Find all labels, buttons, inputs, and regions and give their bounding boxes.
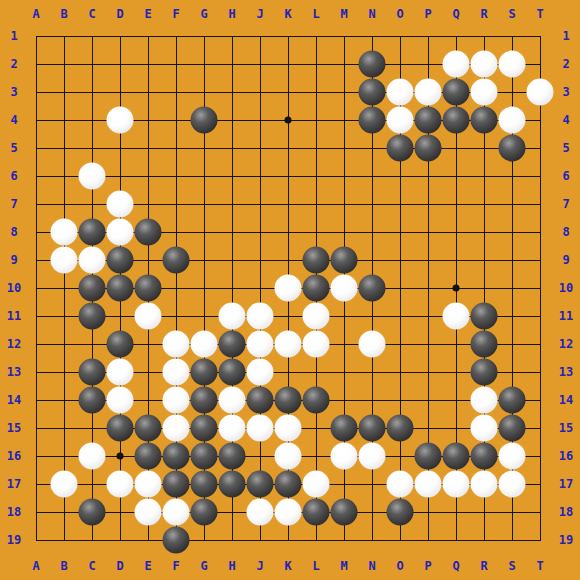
intersection-P2[interactable] [414, 50, 442, 78]
intersection-A17[interactable] [22, 470, 50, 498]
intersection-K8[interactable] [274, 218, 302, 246]
intersection-B3[interactable] [50, 78, 78, 106]
intersection-O13[interactable] [386, 358, 414, 386]
intersection-M13[interactable] [330, 358, 358, 386]
intersection-K18[interactable] [274, 498, 302, 526]
intersection-S3[interactable] [498, 78, 526, 106]
intersection-E13[interactable] [134, 358, 162, 386]
intersection-E9[interactable] [134, 246, 162, 274]
intersection-P9[interactable] [414, 246, 442, 274]
intersection-Q8[interactable] [442, 218, 470, 246]
intersection-J4[interactable] [246, 106, 274, 134]
intersection-T9[interactable] [526, 246, 554, 274]
intersection-P7[interactable] [414, 190, 442, 218]
intersection-R8[interactable] [470, 218, 498, 246]
intersection-H2[interactable] [218, 50, 246, 78]
intersection-E15[interactable] [134, 414, 162, 442]
intersection-S18[interactable] [498, 498, 526, 526]
intersection-R10[interactable] [470, 274, 498, 302]
intersection-N1[interactable] [358, 22, 386, 50]
intersection-F11[interactable] [162, 302, 190, 330]
intersection-J19[interactable] [246, 526, 274, 554]
intersection-C15[interactable] [78, 414, 106, 442]
intersection-B19[interactable] [50, 526, 78, 554]
intersection-M5[interactable] [330, 134, 358, 162]
intersection-M16[interactable] [330, 442, 358, 470]
intersection-D14[interactable] [106, 386, 134, 414]
intersection-H6[interactable] [218, 162, 246, 190]
intersection-C13[interactable] [78, 358, 106, 386]
intersection-G17[interactable] [190, 470, 218, 498]
intersection-N17[interactable] [358, 470, 386, 498]
intersection-R17[interactable] [470, 470, 498, 498]
intersection-E3[interactable] [134, 78, 162, 106]
intersection-H10[interactable] [218, 274, 246, 302]
intersection-R5[interactable] [470, 134, 498, 162]
intersection-J9[interactable] [246, 246, 274, 274]
intersection-E5[interactable] [134, 134, 162, 162]
intersection-R12[interactable] [470, 330, 498, 358]
intersection-B4[interactable] [50, 106, 78, 134]
intersection-A10[interactable] [22, 274, 50, 302]
intersection-J8[interactable] [246, 218, 274, 246]
intersection-N5[interactable] [358, 134, 386, 162]
intersection-F6[interactable] [162, 162, 190, 190]
intersection-Q1[interactable] [442, 22, 470, 50]
intersection-O4[interactable] [386, 106, 414, 134]
intersection-G3[interactable] [190, 78, 218, 106]
intersection-K19[interactable] [274, 526, 302, 554]
intersection-N12[interactable] [358, 330, 386, 358]
intersection-Q12[interactable] [442, 330, 470, 358]
intersection-L4[interactable] [302, 106, 330, 134]
intersection-J10[interactable] [246, 274, 274, 302]
intersection-S8[interactable] [498, 218, 526, 246]
intersection-T12[interactable] [526, 330, 554, 358]
intersection-L3[interactable] [302, 78, 330, 106]
intersection-D6[interactable] [106, 162, 134, 190]
intersection-N9[interactable] [358, 246, 386, 274]
intersection-J3[interactable] [246, 78, 274, 106]
intersection-B14[interactable] [50, 386, 78, 414]
intersection-S11[interactable] [498, 302, 526, 330]
intersection-A11[interactable] [22, 302, 50, 330]
intersection-M3[interactable] [330, 78, 358, 106]
intersection-F7[interactable] [162, 190, 190, 218]
intersection-H11[interactable] [218, 302, 246, 330]
intersection-O12[interactable] [386, 330, 414, 358]
intersection-P1[interactable] [414, 22, 442, 50]
intersection-R19[interactable] [470, 526, 498, 554]
intersection-H19[interactable] [218, 526, 246, 554]
intersection-C17[interactable] [78, 470, 106, 498]
intersection-K6[interactable] [274, 162, 302, 190]
intersection-R1[interactable] [470, 22, 498, 50]
intersection-B11[interactable] [50, 302, 78, 330]
intersection-S19[interactable] [498, 526, 526, 554]
intersection-N6[interactable] [358, 162, 386, 190]
intersection-M2[interactable] [330, 50, 358, 78]
intersection-L9[interactable] [302, 246, 330, 274]
intersection-H14[interactable] [218, 386, 246, 414]
intersection-H16[interactable] [218, 442, 246, 470]
intersection-R14[interactable] [470, 386, 498, 414]
intersection-O5[interactable] [386, 134, 414, 162]
intersection-F8[interactable] [162, 218, 190, 246]
intersection-G19[interactable] [190, 526, 218, 554]
intersection-S15[interactable] [498, 414, 526, 442]
intersection-T18[interactable] [526, 498, 554, 526]
intersection-T11[interactable] [526, 302, 554, 330]
intersection-D8[interactable] [106, 218, 134, 246]
intersection-K13[interactable] [274, 358, 302, 386]
intersection-K2[interactable] [274, 50, 302, 78]
intersection-E17[interactable] [134, 470, 162, 498]
intersection-A18[interactable] [22, 498, 50, 526]
intersection-Q5[interactable] [442, 134, 470, 162]
intersection-A13[interactable] [22, 358, 50, 386]
intersection-G1[interactable] [190, 22, 218, 50]
intersection-F19[interactable] [162, 526, 190, 554]
intersection-C10[interactable] [78, 274, 106, 302]
intersection-E6[interactable] [134, 162, 162, 190]
intersection-T5[interactable] [526, 134, 554, 162]
intersection-H4[interactable] [218, 106, 246, 134]
intersection-O14[interactable] [386, 386, 414, 414]
intersection-C14[interactable] [78, 386, 106, 414]
intersection-J7[interactable] [246, 190, 274, 218]
intersection-D11[interactable] [106, 302, 134, 330]
intersection-K16[interactable] [274, 442, 302, 470]
intersection-Q19[interactable] [442, 526, 470, 554]
intersection-Q17[interactable] [442, 470, 470, 498]
intersection-R16[interactable] [470, 442, 498, 470]
intersection-J13[interactable] [246, 358, 274, 386]
intersection-L16[interactable] [302, 442, 330, 470]
intersection-F14[interactable] [162, 386, 190, 414]
intersection-J15[interactable] [246, 414, 274, 442]
intersection-G11[interactable] [190, 302, 218, 330]
intersection-P13[interactable] [414, 358, 442, 386]
intersection-P15[interactable] [414, 414, 442, 442]
intersection-T6[interactable] [526, 162, 554, 190]
intersection-A5[interactable] [22, 134, 50, 162]
intersection-M18[interactable] [330, 498, 358, 526]
intersection-G7[interactable] [190, 190, 218, 218]
intersection-L14[interactable] [302, 386, 330, 414]
intersection-J11[interactable] [246, 302, 274, 330]
intersection-S16[interactable] [498, 442, 526, 470]
intersection-E14[interactable] [134, 386, 162, 414]
intersection-Q14[interactable] [442, 386, 470, 414]
intersection-S5[interactable] [498, 134, 526, 162]
intersection-K15[interactable] [274, 414, 302, 442]
intersection-F10[interactable] [162, 274, 190, 302]
intersection-R2[interactable] [470, 50, 498, 78]
intersection-N11[interactable] [358, 302, 386, 330]
intersection-D12[interactable] [106, 330, 134, 358]
intersection-G8[interactable] [190, 218, 218, 246]
intersection-C7[interactable] [78, 190, 106, 218]
intersection-D16[interactable] [106, 442, 134, 470]
intersection-O7[interactable] [386, 190, 414, 218]
intersection-L13[interactable] [302, 358, 330, 386]
intersection-B15[interactable] [50, 414, 78, 442]
intersection-E4[interactable] [134, 106, 162, 134]
intersection-P8[interactable] [414, 218, 442, 246]
intersection-E11[interactable] [134, 302, 162, 330]
intersection-E18[interactable] [134, 498, 162, 526]
intersection-C18[interactable] [78, 498, 106, 526]
intersection-M14[interactable] [330, 386, 358, 414]
intersection-B12[interactable] [50, 330, 78, 358]
intersection-F2[interactable] [162, 50, 190, 78]
intersection-P11[interactable] [414, 302, 442, 330]
intersection-R18[interactable] [470, 498, 498, 526]
intersection-K7[interactable] [274, 190, 302, 218]
intersection-D13[interactable] [106, 358, 134, 386]
intersection-S12[interactable] [498, 330, 526, 358]
intersection-E12[interactable] [134, 330, 162, 358]
intersection-M7[interactable] [330, 190, 358, 218]
intersection-G2[interactable] [190, 50, 218, 78]
intersection-Q9[interactable] [442, 246, 470, 274]
intersection-C3[interactable] [78, 78, 106, 106]
intersection-E19[interactable] [134, 526, 162, 554]
intersection-L1[interactable] [302, 22, 330, 50]
intersection-Q15[interactable] [442, 414, 470, 442]
intersection-S17[interactable] [498, 470, 526, 498]
intersection-E16[interactable] [134, 442, 162, 470]
intersection-L18[interactable] [302, 498, 330, 526]
intersection-N8[interactable] [358, 218, 386, 246]
intersection-C16[interactable] [78, 442, 106, 470]
intersection-J6[interactable] [246, 162, 274, 190]
intersection-G15[interactable] [190, 414, 218, 442]
intersection-P17[interactable] [414, 470, 442, 498]
intersection-R4[interactable] [470, 106, 498, 134]
intersection-D15[interactable] [106, 414, 134, 442]
intersection-G12[interactable] [190, 330, 218, 358]
intersection-B9[interactable] [50, 246, 78, 274]
intersection-F1[interactable] [162, 22, 190, 50]
intersection-L15[interactable] [302, 414, 330, 442]
intersection-M12[interactable] [330, 330, 358, 358]
intersection-B18[interactable] [50, 498, 78, 526]
intersection-E7[interactable] [134, 190, 162, 218]
intersection-B10[interactable] [50, 274, 78, 302]
intersection-J2[interactable] [246, 50, 274, 78]
intersection-P18[interactable] [414, 498, 442, 526]
intersection-L5[interactable] [302, 134, 330, 162]
intersection-K4[interactable] [274, 106, 302, 134]
intersection-T7[interactable] [526, 190, 554, 218]
intersection-O1[interactable] [386, 22, 414, 50]
intersection-P14[interactable] [414, 386, 442, 414]
intersection-M8[interactable] [330, 218, 358, 246]
intersection-L6[interactable] [302, 162, 330, 190]
intersection-G5[interactable] [190, 134, 218, 162]
intersection-H1[interactable] [218, 22, 246, 50]
intersection-N18[interactable] [358, 498, 386, 526]
intersection-M6[interactable] [330, 162, 358, 190]
intersection-K12[interactable] [274, 330, 302, 358]
intersection-S1[interactable] [498, 22, 526, 50]
intersection-O2[interactable] [386, 50, 414, 78]
intersection-D10[interactable] [106, 274, 134, 302]
intersection-P4[interactable] [414, 106, 442, 134]
intersection-B8[interactable] [50, 218, 78, 246]
intersection-T4[interactable] [526, 106, 554, 134]
intersection-O19[interactable] [386, 526, 414, 554]
intersection-O18[interactable] [386, 498, 414, 526]
intersection-P3[interactable] [414, 78, 442, 106]
intersection-G6[interactable] [190, 162, 218, 190]
intersection-O9[interactable] [386, 246, 414, 274]
intersection-T19[interactable] [526, 526, 554, 554]
intersection-T8[interactable] [526, 218, 554, 246]
intersection-K3[interactable] [274, 78, 302, 106]
intersection-K10[interactable] [274, 274, 302, 302]
intersection-P6[interactable] [414, 162, 442, 190]
intersection-N13[interactable] [358, 358, 386, 386]
intersection-Q10[interactable] [442, 274, 470, 302]
intersection-C1[interactable] [78, 22, 106, 50]
intersection-G10[interactable] [190, 274, 218, 302]
intersection-A15[interactable] [22, 414, 50, 442]
intersection-Q18[interactable] [442, 498, 470, 526]
intersection-F16[interactable] [162, 442, 190, 470]
intersection-A19[interactable] [22, 526, 50, 554]
intersection-O8[interactable] [386, 218, 414, 246]
intersection-K9[interactable] [274, 246, 302, 274]
intersection-D9[interactable] [106, 246, 134, 274]
intersection-B2[interactable] [50, 50, 78, 78]
intersection-Q16[interactable] [442, 442, 470, 470]
intersection-A6[interactable] [22, 162, 50, 190]
intersection-F4[interactable] [162, 106, 190, 134]
intersection-D1[interactable] [106, 22, 134, 50]
intersection-S4[interactable] [498, 106, 526, 134]
intersection-D5[interactable] [106, 134, 134, 162]
intersection-H3[interactable] [218, 78, 246, 106]
intersection-M19[interactable] [330, 526, 358, 554]
intersection-N3[interactable] [358, 78, 386, 106]
intersection-D7[interactable] [106, 190, 134, 218]
intersection-H13[interactable] [218, 358, 246, 386]
intersection-P19[interactable] [414, 526, 442, 554]
intersection-K1[interactable] [274, 22, 302, 50]
intersection-F12[interactable] [162, 330, 190, 358]
intersection-T14[interactable] [526, 386, 554, 414]
intersection-B7[interactable] [50, 190, 78, 218]
intersection-F13[interactable] [162, 358, 190, 386]
intersection-M10[interactable] [330, 274, 358, 302]
intersection-J5[interactable] [246, 134, 274, 162]
intersection-L2[interactable] [302, 50, 330, 78]
intersection-G16[interactable] [190, 442, 218, 470]
intersection-F18[interactable] [162, 498, 190, 526]
intersection-R13[interactable] [470, 358, 498, 386]
intersection-L10[interactable] [302, 274, 330, 302]
intersection-J12[interactable] [246, 330, 274, 358]
intersection-R9[interactable] [470, 246, 498, 274]
intersection-D4[interactable] [106, 106, 134, 134]
intersection-N10[interactable] [358, 274, 386, 302]
intersection-R6[interactable] [470, 162, 498, 190]
intersection-A1[interactable] [22, 22, 50, 50]
intersection-J1[interactable] [246, 22, 274, 50]
intersection-E2[interactable] [134, 50, 162, 78]
intersection-S10[interactable] [498, 274, 526, 302]
intersection-B1[interactable] [50, 22, 78, 50]
intersection-O10[interactable] [386, 274, 414, 302]
intersection-T1[interactable] [526, 22, 554, 50]
intersection-Q11[interactable] [442, 302, 470, 330]
intersection-P12[interactable] [414, 330, 442, 358]
intersection-C6[interactable] [78, 162, 106, 190]
intersection-J18[interactable] [246, 498, 274, 526]
intersection-Q6[interactable] [442, 162, 470, 190]
intersection-O17[interactable] [386, 470, 414, 498]
intersection-B6[interactable] [50, 162, 78, 190]
intersection-G18[interactable] [190, 498, 218, 526]
intersection-A16[interactable] [22, 442, 50, 470]
intersection-H15[interactable] [218, 414, 246, 442]
intersection-C4[interactable] [78, 106, 106, 134]
intersection-M17[interactable] [330, 470, 358, 498]
intersection-N7[interactable] [358, 190, 386, 218]
intersection-D19[interactable] [106, 526, 134, 554]
intersection-Q2[interactable] [442, 50, 470, 78]
intersection-H18[interactable] [218, 498, 246, 526]
intersection-R11[interactable] [470, 302, 498, 330]
intersection-C5[interactable] [78, 134, 106, 162]
intersection-Q7[interactable] [442, 190, 470, 218]
intersection-N15[interactable] [358, 414, 386, 442]
intersection-F17[interactable] [162, 470, 190, 498]
intersection-H9[interactable] [218, 246, 246, 274]
intersection-T16[interactable] [526, 442, 554, 470]
intersection-M1[interactable] [330, 22, 358, 50]
intersection-H8[interactable] [218, 218, 246, 246]
intersection-C12[interactable] [78, 330, 106, 358]
intersection-A4[interactable] [22, 106, 50, 134]
intersection-C11[interactable] [78, 302, 106, 330]
intersection-O3[interactable] [386, 78, 414, 106]
intersection-C19[interactable] [78, 526, 106, 554]
intersection-J17[interactable] [246, 470, 274, 498]
intersection-E1[interactable] [134, 22, 162, 50]
intersection-F9[interactable] [162, 246, 190, 274]
intersection-N16[interactable] [358, 442, 386, 470]
intersection-K11[interactable] [274, 302, 302, 330]
intersection-G13[interactable] [190, 358, 218, 386]
intersection-A2[interactable] [22, 50, 50, 78]
intersection-D17[interactable] [106, 470, 134, 498]
intersection-M11[interactable] [330, 302, 358, 330]
intersection-O11[interactable] [386, 302, 414, 330]
intersection-G4[interactable] [190, 106, 218, 134]
intersection-A8[interactable] [22, 218, 50, 246]
intersection-N2[interactable] [358, 50, 386, 78]
intersection-L11[interactable] [302, 302, 330, 330]
intersection-D2[interactable] [106, 50, 134, 78]
intersection-T15[interactable] [526, 414, 554, 442]
intersection-K17[interactable] [274, 470, 302, 498]
intersection-D18[interactable] [106, 498, 134, 526]
intersection-Q13[interactable] [442, 358, 470, 386]
